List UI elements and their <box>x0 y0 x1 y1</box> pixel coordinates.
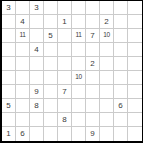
empty-cell[interactable] <box>86 71 100 85</box>
empty-cell[interactable] <box>2 71 16 85</box>
clue-cell[interactable]: 6 <box>16 127 30 141</box>
empty-cell[interactable] <box>114 71 128 85</box>
empty-cell[interactable] <box>72 113 86 127</box>
empty-cell[interactable] <box>100 1 114 15</box>
empty-cell[interactable] <box>128 71 142 85</box>
clue-cell[interactable]: 9 <box>30 85 44 99</box>
clue-cell[interactable]: 7 <box>86 29 100 43</box>
empty-cell[interactable] <box>44 99 58 113</box>
empty-cell[interactable] <box>100 71 114 85</box>
empty-cell[interactable] <box>128 99 142 113</box>
empty-cell[interactable] <box>30 29 44 43</box>
empty-cell[interactable] <box>72 43 86 57</box>
clue-cell[interactable]: 10 <box>100 29 114 43</box>
empty-cell[interactable] <box>58 127 72 141</box>
clue-cell[interactable]: 6 <box>114 99 128 113</box>
empty-cell[interactable] <box>44 113 58 127</box>
empty-cell[interactable] <box>58 29 72 43</box>
clue-cell[interactable]: 8 <box>30 99 44 113</box>
empty-cell[interactable] <box>16 57 30 71</box>
empty-cell[interactable] <box>72 1 86 15</box>
empty-cell[interactable] <box>2 57 16 71</box>
empty-cell[interactable] <box>100 57 114 71</box>
empty-cell[interactable] <box>100 43 114 57</box>
empty-cell[interactable] <box>30 15 44 29</box>
clue-cell[interactable]: 2 <box>100 15 114 29</box>
empty-cell[interactable] <box>128 15 142 29</box>
empty-cell[interactable] <box>114 29 128 43</box>
empty-cell[interactable] <box>2 85 16 99</box>
empty-cell[interactable] <box>114 85 128 99</box>
empty-cell[interactable] <box>30 127 44 141</box>
empty-cell[interactable] <box>86 1 100 15</box>
empty-cell[interactable] <box>16 113 30 127</box>
clue-cell[interactable]: 11 <box>72 29 86 43</box>
empty-cell[interactable] <box>2 15 16 29</box>
empty-cell[interactable] <box>114 15 128 29</box>
empty-cell[interactable] <box>86 43 100 57</box>
empty-cell[interactable] <box>16 1 30 15</box>
empty-cell[interactable] <box>86 113 100 127</box>
clue-cell[interactable]: 5 <box>2 99 16 113</box>
empty-cell[interactable] <box>58 57 72 71</box>
empty-cell[interactable] <box>16 85 30 99</box>
empty-cell[interactable] <box>114 57 128 71</box>
empty-cell[interactable] <box>30 57 44 71</box>
empty-cell[interactable] <box>72 85 86 99</box>
clue-cell[interactable]: 4 <box>30 43 44 57</box>
empty-cell[interactable] <box>58 43 72 57</box>
empty-cell[interactable] <box>114 113 128 127</box>
empty-cell[interactable] <box>58 1 72 15</box>
empty-cell[interactable] <box>16 99 30 113</box>
empty-cell[interactable] <box>100 127 114 141</box>
puzzle-board: 33412115117104210975868169 <box>0 0 143 143</box>
empty-cell[interactable] <box>16 43 30 57</box>
empty-cell[interactable] <box>44 15 58 29</box>
empty-cell[interactable] <box>128 85 142 99</box>
empty-cell[interactable] <box>128 113 142 127</box>
empty-cell[interactable] <box>128 1 142 15</box>
clue-cell[interactable]: 5 <box>44 29 58 43</box>
empty-cell[interactable] <box>44 127 58 141</box>
empty-cell[interactable] <box>72 127 86 141</box>
empty-cell[interactable] <box>30 113 44 127</box>
empty-cell[interactable] <box>2 29 16 43</box>
empty-cell[interactable] <box>100 113 114 127</box>
empty-cell[interactable] <box>114 127 128 141</box>
empty-cell[interactable] <box>44 43 58 57</box>
empty-cell[interactable] <box>44 85 58 99</box>
empty-cell[interactable] <box>30 71 44 85</box>
empty-cell[interactable] <box>44 1 58 15</box>
clue-cell[interactable]: 2 <box>86 57 100 71</box>
empty-cell[interactable] <box>44 57 58 71</box>
empty-cell[interactable] <box>58 71 72 85</box>
clue-cell[interactable]: 1 <box>58 15 72 29</box>
empty-cell[interactable] <box>72 15 86 29</box>
clue-cell[interactable]: 9 <box>86 127 100 141</box>
clue-cell[interactable]: 3 <box>30 1 44 15</box>
clue-cell[interactable]: 10 <box>72 71 86 85</box>
empty-cell[interactable] <box>100 85 114 99</box>
empty-cell[interactable] <box>86 15 100 29</box>
clue-cell[interactable]: 1 <box>2 127 16 141</box>
empty-cell[interactable] <box>72 57 86 71</box>
empty-cell[interactable] <box>128 29 142 43</box>
empty-cell[interactable] <box>100 99 114 113</box>
empty-cell[interactable] <box>128 127 142 141</box>
empty-cell[interactable] <box>114 1 128 15</box>
empty-cell[interactable] <box>2 113 16 127</box>
empty-cell[interactable] <box>128 43 142 57</box>
clue-cell[interactable]: 11 <box>16 29 30 43</box>
empty-cell[interactable] <box>44 71 58 85</box>
empty-cell[interactable] <box>72 99 86 113</box>
empty-cell[interactable] <box>58 99 72 113</box>
empty-cell[interactable] <box>2 43 16 57</box>
empty-cell[interactable] <box>128 57 142 71</box>
empty-cell[interactable] <box>86 99 100 113</box>
empty-cell[interactable] <box>16 71 30 85</box>
clue-cell[interactable]: 3 <box>2 1 16 15</box>
clue-cell[interactable]: 7 <box>58 85 72 99</box>
clue-cell[interactable]: 8 <box>58 113 72 127</box>
clue-cell[interactable]: 4 <box>16 15 30 29</box>
empty-cell[interactable] <box>86 85 100 99</box>
empty-cell[interactable] <box>114 43 128 57</box>
